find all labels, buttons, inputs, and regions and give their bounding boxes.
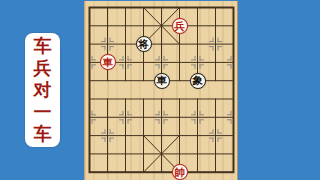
banner-char: 对	[34, 81, 52, 99]
piece-red-soldier[interactable]: 兵	[172, 18, 188, 34]
piece-red-chariot[interactable]: 車	[100, 54, 116, 70]
board-grid	[84, 1, 238, 180]
piece-red-general[interactable]: 帥	[172, 164, 188, 180]
piece-black-elephant[interactable]: 象	[190, 73, 206, 89]
banner-char: 一	[34, 103, 52, 121]
xiangqi-board[interactable]: 兵将車車象帥	[84, 1, 238, 180]
banner-char: 兵	[34, 59, 52, 77]
piece-black-general[interactable]: 将	[136, 36, 152, 52]
banner-char: 车	[34, 37, 52, 55]
piece-black-chariot[interactable]: 車	[154, 73, 170, 89]
thumbnail-stage: 车兵对一车 兵将車車象帥	[0, 0, 320, 180]
title-banner: 车兵对一车	[25, 33, 60, 147]
banner-char: 车	[34, 125, 52, 143]
